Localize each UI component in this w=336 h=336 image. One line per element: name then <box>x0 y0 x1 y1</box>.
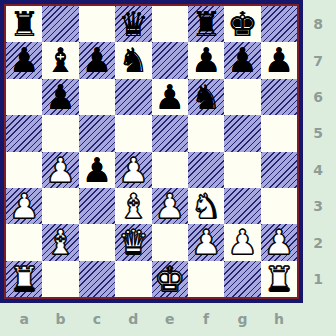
square-b8[interactable] <box>42 6 78 42</box>
square-c6[interactable] <box>79 79 115 115</box>
square-d8[interactable]: ♛ <box>115 6 151 42</box>
square-f3[interactable]: ♞ <box>188 188 224 224</box>
square-c1[interactable] <box>79 261 115 297</box>
square-e7[interactable] <box>152 42 188 78</box>
piece-black-knight-f6[interactable]: ♞ <box>188 79 224 115</box>
piece-white-bishop-d3[interactable]: ♝ <box>115 188 151 224</box>
square-f4[interactable] <box>188 152 224 188</box>
file-label-a: a <box>6 305 42 333</box>
piece-white-bishop-b2[interactable]: ♝ <box>42 224 78 260</box>
square-c7[interactable]: ♟ <box>79 42 115 78</box>
rank-label-1: 1 <box>304 261 332 297</box>
piece-black-rook-f8[interactable]: ♜ <box>188 6 224 42</box>
square-g6[interactable] <box>224 79 260 115</box>
square-h6[interactable] <box>261 79 297 115</box>
square-h8[interactable] <box>261 6 297 42</box>
rank-labels: 87654321 <box>304 6 332 297</box>
piece-white-pawn-e3[interactable]: ♟ <box>152 188 188 224</box>
square-d3[interactable]: ♝ <box>115 188 151 224</box>
square-c2[interactable] <box>79 224 115 260</box>
square-h4[interactable] <box>261 152 297 188</box>
rank-label-4: 4 <box>304 152 332 188</box>
square-c8[interactable] <box>79 6 115 42</box>
square-f6[interactable]: ♞ <box>188 79 224 115</box>
file-label-e: e <box>152 305 188 333</box>
piece-white-rook-a1[interactable]: ♜ <box>6 261 42 297</box>
square-e4[interactable] <box>152 152 188 188</box>
square-b2[interactable]: ♝ <box>42 224 78 260</box>
piece-white-pawn-g2[interactable]: ♟ <box>224 224 260 260</box>
square-d4[interactable]: ♟ <box>115 152 151 188</box>
square-d1[interactable] <box>115 261 151 297</box>
square-g3[interactable] <box>224 188 260 224</box>
square-a5[interactable] <box>6 115 42 151</box>
file-labels: abcdefgh <box>6 305 297 333</box>
piece-white-pawn-a3[interactable]: ♟ <box>6 188 42 224</box>
piece-black-king-g8[interactable]: ♚ <box>224 6 260 42</box>
piece-white-queen-d2[interactable]: ♛ <box>115 224 151 260</box>
rank-label-6: 6 <box>304 79 332 115</box>
square-a1[interactable]: ♜ <box>6 261 42 297</box>
square-f1[interactable] <box>188 261 224 297</box>
square-b4[interactable]: ♟ <box>42 152 78 188</box>
file-label-b: b <box>42 305 78 333</box>
rank-label-8: 8 <box>304 6 332 42</box>
square-b5[interactable] <box>42 115 78 151</box>
square-h2[interactable]: ♟ <box>261 224 297 260</box>
square-h5[interactable] <box>261 115 297 151</box>
piece-white-pawn-h2[interactable]: ♟ <box>261 224 297 260</box>
square-g2[interactable]: ♟ <box>224 224 260 260</box>
piece-white-rook-h1[interactable]: ♜ <box>261 261 297 297</box>
square-h1[interactable]: ♜ <box>261 261 297 297</box>
piece-black-pawn-h7[interactable]: ♟ <box>261 42 297 78</box>
square-b6[interactable]: ♟ <box>42 79 78 115</box>
piece-black-pawn-g7[interactable]: ♟ <box>224 42 260 78</box>
square-f8[interactable]: ♜ <box>188 6 224 42</box>
piece-black-rook-a8[interactable]: ♜ <box>6 6 42 42</box>
square-a8[interactable]: ♜ <box>6 6 42 42</box>
square-e5[interactable] <box>152 115 188 151</box>
file-label-f: f <box>188 305 224 333</box>
square-f5[interactable] <box>188 115 224 151</box>
square-d7[interactable]: ♞ <box>115 42 151 78</box>
square-c4[interactable]: ♟ <box>79 152 115 188</box>
square-e8[interactable] <box>152 6 188 42</box>
square-a7[interactable]: ♟ <box>6 42 42 78</box>
piece-white-king-e1[interactable]: ♚ <box>152 261 188 297</box>
square-g4[interactable] <box>224 152 260 188</box>
square-g1[interactable] <box>224 261 260 297</box>
piece-black-pawn-a7[interactable]: ♟ <box>6 42 42 78</box>
square-b3[interactable] <box>42 188 78 224</box>
file-label-d: d <box>115 305 151 333</box>
rank-label-3: 3 <box>304 188 332 224</box>
piece-black-queen-d8[interactable]: ♛ <box>115 6 151 42</box>
board-inner-frame: ♜♛♜♚♟♝♟♞♟♟♟♟♟♞♟♟♟♟♝♟♞♝♛♟♟♟♜♚♜ <box>4 4 299 299</box>
piece-black-pawn-e6[interactable]: ♟ <box>152 79 188 115</box>
file-label-c: c <box>79 305 115 333</box>
piece-black-pawn-b6[interactable]: ♟ <box>42 79 78 115</box>
rank-label-5: 5 <box>304 115 332 151</box>
square-c3[interactable] <box>79 188 115 224</box>
piece-black-bishop-b7[interactable]: ♝ <box>42 42 78 78</box>
piece-black-pawn-c7[interactable]: ♟ <box>79 42 115 78</box>
square-f2[interactable]: ♟ <box>188 224 224 260</box>
square-h3[interactable] <box>261 188 297 224</box>
square-a6[interactable] <box>6 79 42 115</box>
square-e2[interactable] <box>152 224 188 260</box>
rank-label-7: 7 <box>304 42 332 78</box>
square-d5[interactable] <box>115 115 151 151</box>
square-e3[interactable]: ♟ <box>152 188 188 224</box>
square-a3[interactable]: ♟ <box>6 188 42 224</box>
piece-white-pawn-b4[interactable]: ♟ <box>42 152 78 188</box>
square-d2[interactable]: ♛ <box>115 224 151 260</box>
square-g7[interactable]: ♟ <box>224 42 260 78</box>
square-g5[interactable] <box>224 115 260 151</box>
chess-board: ♜♛♜♚♟♝♟♞♟♟♟♟♟♞♟♟♟♟♝♟♞♝♛♟♟♟♜♚♜ <box>6 6 297 297</box>
square-a2[interactable] <box>6 224 42 260</box>
file-label-h: h <box>261 305 297 333</box>
square-h7[interactable]: ♟ <box>261 42 297 78</box>
square-a4[interactable] <box>6 152 42 188</box>
piece-black-knight-d7[interactable]: ♞ <box>115 42 151 78</box>
square-g8[interactable]: ♚ <box>224 6 260 42</box>
square-e6[interactable]: ♟ <box>152 79 188 115</box>
square-f7[interactable]: ♟ <box>188 42 224 78</box>
square-e1[interactable]: ♚ <box>152 261 188 297</box>
piece-black-pawn-f7[interactable]: ♟ <box>188 42 224 78</box>
square-d6[interactable] <box>115 79 151 115</box>
piece-white-knight-f3[interactable]: ♞ <box>188 188 224 224</box>
file-label-g: g <box>224 305 260 333</box>
chess-diagram: ♜♛♜♚♟♝♟♞♟♟♟♟♟♞♟♟♟♟♝♟♞♝♛♟♟♟♜♚♜ abcdefgh 8… <box>0 0 336 336</box>
square-b7[interactable]: ♝ <box>42 42 78 78</box>
piece-black-pawn-c4[interactable]: ♟ <box>79 152 115 188</box>
piece-white-pawn-d4[interactable]: ♟ <box>115 152 151 188</box>
board-frame: ♜♛♜♚♟♝♟♞♟♟♟♟♟♞♟♟♟♟♝♟♞♝♛♟♟♟♜♚♜ <box>0 0 303 303</box>
square-b1[interactable] <box>42 261 78 297</box>
rank-label-2: 2 <box>304 224 332 260</box>
piece-white-pawn-f2[interactable]: ♟ <box>188 224 224 260</box>
square-c5[interactable] <box>79 115 115 151</box>
